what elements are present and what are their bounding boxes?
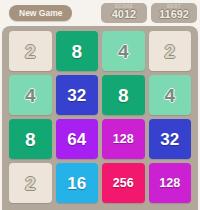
- tile-r1c3: 4: [102, 31, 145, 71]
- tile-r4c4: 128: [149, 163, 192, 203]
- tile-r3c3: 128: [102, 119, 145, 159]
- tile-r4c2: 16: [56, 163, 99, 203]
- tile-r3c2: 64: [56, 119, 99, 159]
- best-box: BEST 11692: [151, 3, 197, 24]
- best-value: 11692: [159, 9, 189, 20]
- top-bar: New Game SCORE 4012 BEST 11692: [0, 0, 200, 26]
- tile-r2c1: 4: [9, 75, 52, 115]
- tile-r4c1: 2: [9, 163, 52, 203]
- score-value: 4012: [112, 9, 136, 20]
- tile-r2c4: 4: [149, 75, 192, 115]
- tile-r4c3: 256: [102, 163, 145, 203]
- new-game-button[interactable]: New Game: [9, 5, 72, 22]
- tile-r1c2: 8: [56, 31, 99, 71]
- tile-r2c3: 8: [102, 75, 145, 115]
- tile-r3c4: 32: [149, 119, 192, 159]
- board[interactable]: 28424328486412832216256128: [2, 26, 198, 210]
- tile-r3c1: 8: [9, 119, 52, 159]
- tile-r2c2: 32: [56, 75, 99, 115]
- tile-r1c1: 2: [9, 31, 52, 71]
- tile-r1c4: 2: [149, 31, 192, 71]
- score-box: SCORE 4012: [101, 3, 147, 24]
